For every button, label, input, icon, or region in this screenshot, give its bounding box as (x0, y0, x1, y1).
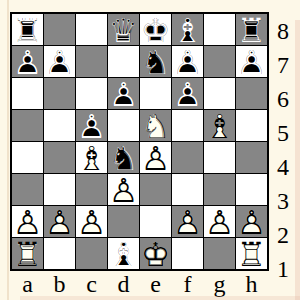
piece-white-king[interactable]: ♚♔ (140, 238, 171, 269)
square-e6[interactable] (140, 78, 171, 109)
square-f4[interactable] (172, 142, 203, 173)
piece-black-pawn[interactable]: ♟♙ (172, 46, 203, 77)
square-d3[interactable]: ♟♙ (108, 174, 139, 205)
left-edge-shadow (7, 0, 9, 300)
square-f6[interactable]: ♟♙ (172, 78, 203, 109)
square-c4[interactable]: ♝♗ (76, 142, 107, 173)
square-a2[interactable]: ♟♙ (12, 206, 43, 237)
white-king-outline: ♔ (140, 238, 171, 269)
square-g7[interactable] (204, 46, 235, 77)
piece-black-bishop[interactable]: ♝♗ (108, 238, 139, 269)
square-e1[interactable]: ♚♔ (140, 238, 171, 269)
square-b4[interactable] (44, 142, 75, 173)
piece-black-bishop[interactable]: ♝♗ (172, 14, 203, 45)
white-pawn-outline: ♙ (44, 206, 75, 237)
piece-white-bishop[interactable]: ♝♗ (76, 142, 107, 173)
rank-label-7: 7 (277, 48, 289, 81)
white-pawn-outline: ♙ (172, 206, 203, 237)
square-b5[interactable] (44, 110, 75, 141)
piece-white-pawn[interactable]: ♟♙ (76, 206, 107, 237)
square-d7[interactable] (108, 46, 139, 77)
file-label-f: f (172, 270, 203, 298)
square-b2[interactable]: ♟♙ (44, 206, 75, 237)
square-d5[interactable] (108, 110, 139, 141)
black-pawn-outline: ♙ (44, 46, 75, 77)
black-king-outline: ♔ (140, 14, 171, 45)
white-pawn-outline: ♙ (76, 206, 107, 237)
square-b3[interactable] (44, 174, 75, 205)
file-label-b: b (44, 270, 75, 298)
square-e5[interactable]: ♞♘ (140, 110, 171, 141)
square-g2[interactable]: ♟♙ (204, 206, 235, 237)
rank-labels: 87654321 (277, 14, 289, 286)
white-pawn-outline: ♙ (236, 206, 267, 237)
square-b8[interactable] (44, 14, 75, 45)
square-a5[interactable] (12, 110, 43, 141)
square-e8[interactable]: ♚♔ (140, 14, 171, 45)
square-g5[interactable]: ♝♗ (204, 110, 235, 141)
piece-black-pawn[interactable]: ♟♙ (44, 46, 75, 77)
file-label-d: d (108, 270, 139, 298)
file-label-a: a (12, 270, 43, 298)
square-a1[interactable]: ♜♖ (12, 238, 43, 269)
square-b6[interactable] (44, 78, 75, 109)
rank-label-3: 3 (277, 184, 289, 217)
white-pawn-outline: ♙ (12, 206, 43, 237)
square-f3[interactable] (172, 174, 203, 205)
black-pawn-outline: ♙ (76, 110, 107, 141)
square-g6[interactable] (204, 78, 235, 109)
square-c2[interactable]: ♟♙ (76, 206, 107, 237)
file-label-e: e (140, 270, 171, 298)
file-labels: abcdefgh (12, 270, 267, 298)
rank-label-6: 6 (277, 82, 289, 115)
square-a7[interactable]: ♟♙ (12, 46, 43, 77)
white-pawn-outline: ♙ (140, 142, 171, 173)
square-c5[interactable]: ♟♙ (76, 110, 107, 141)
piece-black-pawn[interactable]: ♟♙ (108, 78, 139, 109)
square-d2[interactable] (108, 206, 139, 237)
piece-black-pawn[interactable]: ♟♙ (172, 78, 203, 109)
piece-white-rook[interactable]: ♜♖ (12, 238, 43, 269)
rank-label-8: 8 (277, 14, 289, 47)
white-pawn-outline: ♙ (204, 206, 235, 237)
square-a3[interactable] (12, 174, 43, 205)
piece-black-king[interactable]: ♚♔ (140, 14, 171, 45)
black-pawn-outline: ♙ (236, 46, 267, 77)
square-f7[interactable]: ♟♙ (172, 46, 203, 77)
rank-label-4: 4 (277, 150, 289, 183)
piece-white-bishop[interactable]: ♝♗ (204, 110, 235, 141)
chess-diagram: ♜♖♛♕♚♔♝♗♜♖♟♙♟♙♞♘♟♙♟♙♟♙♟♙♟♙♞♘♝♗♝♗♞♘♟♙♟♙♟♙… (0, 0, 300, 300)
piece-white-pawn[interactable]: ♟♙ (204, 206, 235, 237)
piece-white-pawn[interactable]: ♟♙ (44, 206, 75, 237)
square-g1[interactable] (204, 238, 235, 269)
rank-label-5: 5 (277, 116, 289, 149)
white-knight-outline: ♘ (140, 110, 171, 141)
piece-white-pawn[interactable]: ♟♙ (236, 206, 267, 237)
square-c6[interactable] (76, 78, 107, 109)
square-h2[interactable]: ♟♙ (236, 206, 267, 237)
square-c3[interactable] (76, 174, 107, 205)
white-rook-outline: ♖ (236, 238, 267, 269)
square-h5[interactable] (236, 110, 267, 141)
piece-black-pawn[interactable]: ♟♙ (76, 110, 107, 141)
black-knight-outline: ♘ (140, 46, 171, 77)
square-h8[interactable]: ♜♖ (236, 14, 267, 45)
square-c8[interactable] (76, 14, 107, 45)
square-h3[interactable] (236, 174, 267, 205)
square-h4[interactable] (236, 142, 267, 173)
square-e3[interactable] (140, 174, 171, 205)
square-a6[interactable] (12, 78, 43, 109)
right-edge-shadow (295, 20, 300, 300)
square-e7[interactable]: ♞♘ (140, 46, 171, 77)
square-g4[interactable] (204, 142, 235, 173)
piece-white-pawn[interactable]: ♟♙ (140, 142, 171, 173)
square-d6[interactable]: ♟♙ (108, 78, 139, 109)
black-queen-outline: ♕ (108, 14, 139, 45)
square-a8[interactable]: ♜♖ (12, 14, 43, 45)
black-pawn-outline: ♙ (108, 78, 139, 109)
piece-black-rook[interactable]: ♜♖ (236, 14, 267, 45)
square-h7[interactable]: ♟♙ (236, 46, 267, 77)
black-pawn-outline: ♙ (172, 78, 203, 109)
square-g8[interactable] (204, 14, 235, 45)
black-pawn-outline: ♙ (172, 46, 203, 77)
white-bishop-outline: ♗ (204, 110, 235, 141)
black-bishop-outline: ♗ (108, 238, 139, 269)
white-pawn-outline: ♙ (108, 174, 139, 205)
piece-black-queen[interactable]: ♛♕ (108, 14, 139, 45)
square-f1[interactable] (172, 238, 203, 269)
square-d8[interactable]: ♛♕ (108, 14, 139, 45)
piece-black-knight[interactable]: ♞♘ (108, 142, 139, 173)
piece-white-pawn[interactable]: ♟♙ (108, 174, 139, 205)
square-d1[interactable]: ♝♗ (108, 238, 139, 269)
black-knight-outline: ♘ (108, 142, 139, 173)
square-c7[interactable] (76, 46, 107, 77)
piece-white-rook[interactable]: ♜♖ (236, 238, 267, 269)
black-pawn-outline: ♙ (12, 46, 43, 77)
square-e2[interactable] (140, 206, 171, 237)
black-rook-outline: ♖ (236, 14, 267, 45)
piece-white-pawn[interactable]: ♟♙ (12, 206, 43, 237)
square-f8[interactable]: ♝♗ (172, 14, 203, 45)
square-c1[interactable] (76, 238, 107, 269)
piece-black-knight[interactable]: ♞♘ (140, 46, 171, 77)
black-rook-outline: ♖ (12, 14, 43, 45)
square-f5[interactable] (172, 110, 203, 141)
piece-black-pawn[interactable]: ♟♙ (12, 46, 43, 77)
square-g3[interactable] (204, 174, 235, 205)
square-a4[interactable] (12, 142, 43, 173)
square-h6[interactable] (236, 78, 267, 109)
piece-black-rook[interactable]: ♜♖ (12, 14, 43, 45)
chess-board[interactable]: ♜♖♛♕♚♔♝♗♜♖♟♙♟♙♞♘♟♙♟♙♟♙♟♙♟♙♞♘♝♗♝♗♞♘♟♙♟♙♟♙… (10, 12, 269, 271)
square-e4[interactable]: ♟♙ (140, 142, 171, 173)
white-bishop-outline: ♗ (76, 142, 107, 173)
file-label-c: c (76, 270, 107, 298)
white-rook-outline: ♖ (12, 238, 43, 269)
piece-black-pawn[interactable]: ♟♙ (236, 46, 267, 77)
black-bishop-outline: ♗ (172, 14, 203, 45)
square-b1[interactable] (44, 238, 75, 269)
square-h1[interactable]: ♜♖ (236, 238, 267, 269)
square-d4[interactable]: ♞♘ (108, 142, 139, 173)
rank-label-1: 1 (277, 252, 289, 285)
square-b7[interactable]: ♟♙ (44, 46, 75, 77)
square-f2[interactable]: ♟♙ (172, 206, 203, 237)
file-label-h: h (236, 270, 267, 298)
piece-white-knight[interactable]: ♞♘ (140, 110, 171, 141)
rank-label-2: 2 (277, 218, 289, 251)
piece-white-pawn[interactable]: ♟♙ (172, 206, 203, 237)
file-label-g: g (204, 270, 235, 298)
